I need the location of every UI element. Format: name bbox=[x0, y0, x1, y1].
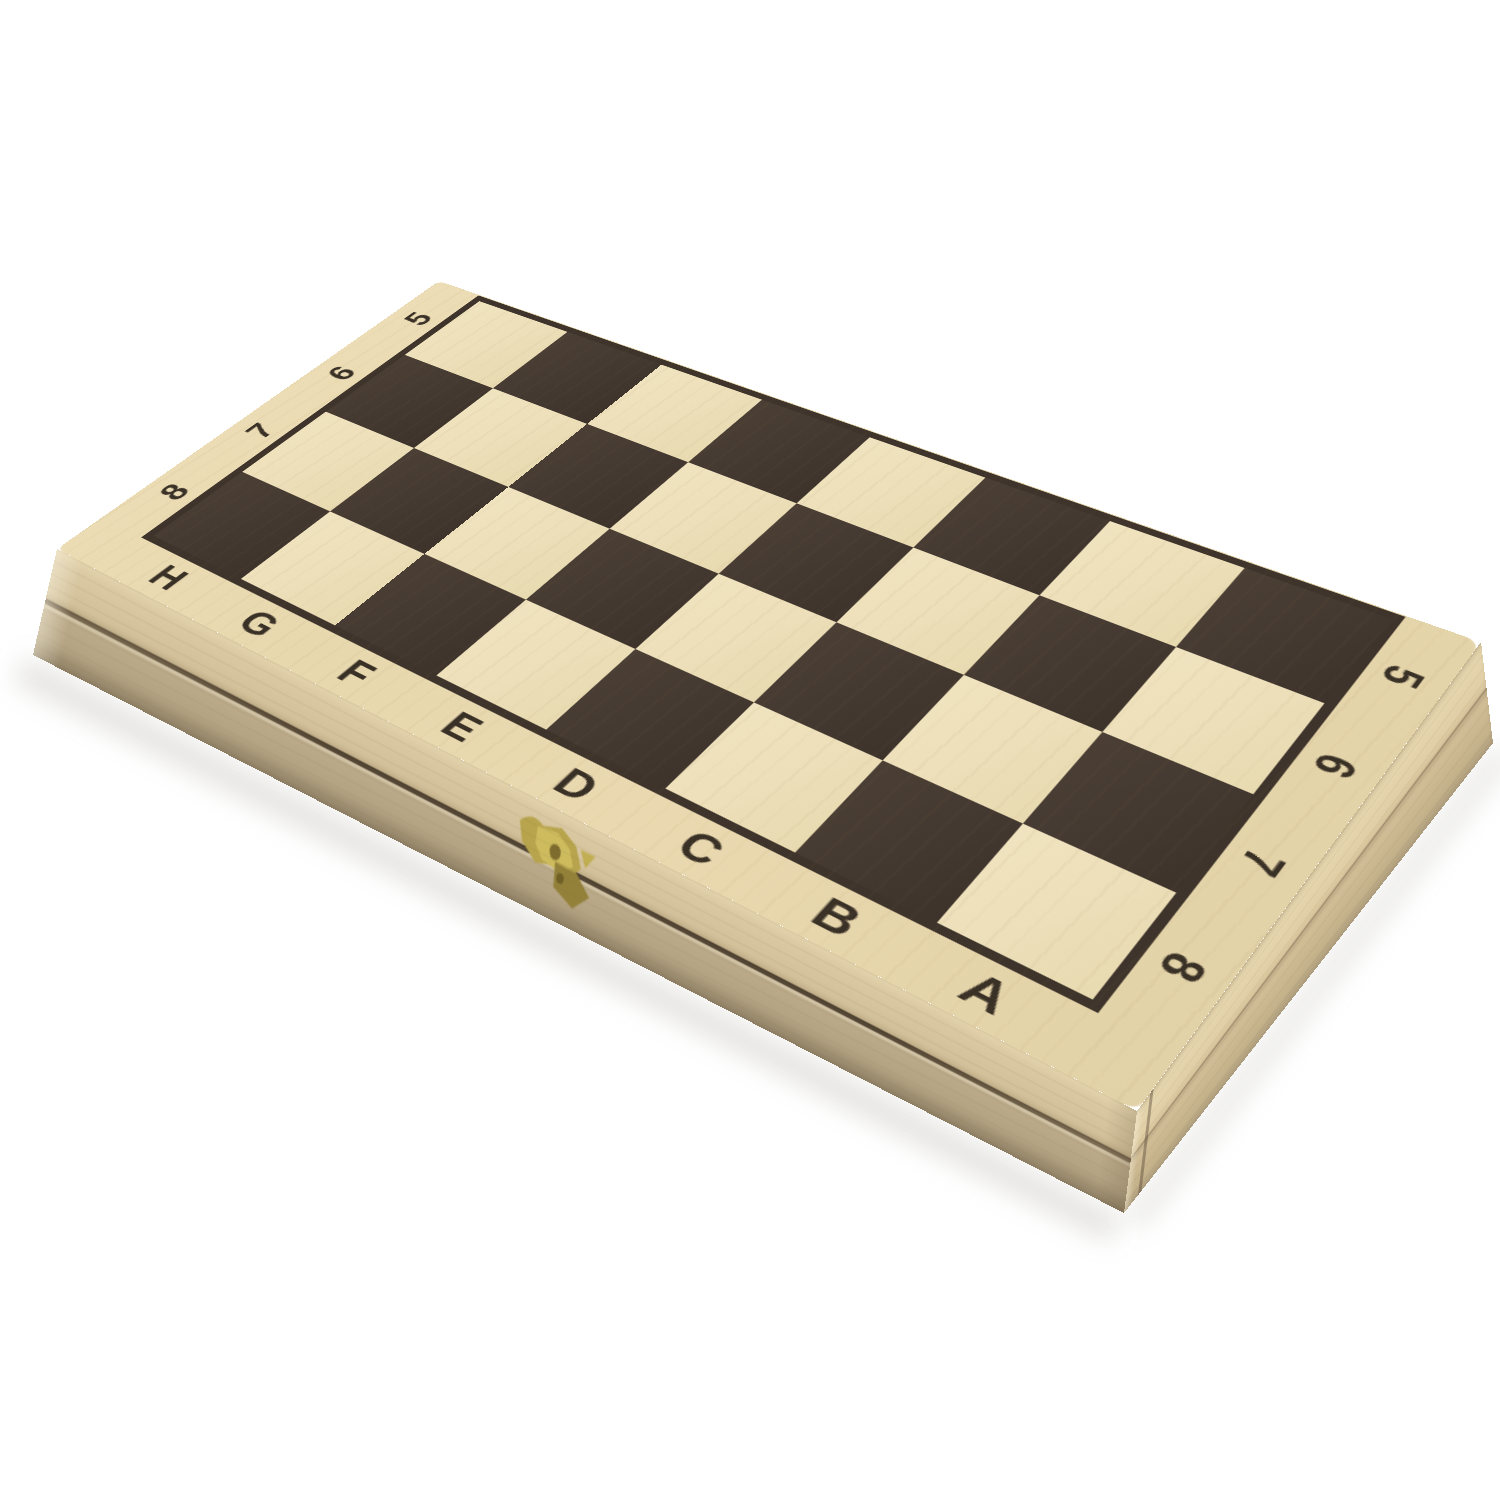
file-label-e: E bbox=[434, 705, 493, 747]
rank-label-right-7: 7 bbox=[1230, 843, 1296, 883]
file-label-g: G bbox=[231, 604, 289, 643]
file-label-f: F bbox=[330, 653, 385, 691]
rank-label-left-6: 6 bbox=[321, 363, 362, 384]
chessboard-grid bbox=[153, 301, 1390, 999]
file-label-d: D bbox=[546, 761, 609, 807]
file-label-h: H bbox=[142, 559, 197, 594]
file-label-b: B bbox=[804, 889, 872, 943]
rank-label-left-5: 5 bbox=[398, 309, 438, 328]
product-photo-scene: 56785678HGFEDCBA bbox=[0, 0, 1500, 1500]
file-label-c: C bbox=[669, 822, 735, 872]
rank-label-right-5: 5 bbox=[1372, 660, 1434, 694]
rank-label-left-7: 7 bbox=[239, 420, 281, 442]
file-label-a: A bbox=[951, 963, 1022, 1021]
rank-label-right-8: 8 bbox=[1149, 945, 1217, 990]
rank-label-right-6: 6 bbox=[1304, 748, 1368, 785]
rank-label-left-8: 8 bbox=[153, 480, 195, 504]
